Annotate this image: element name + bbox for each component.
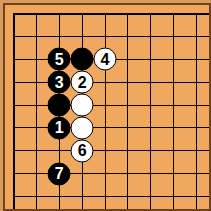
board-cell [185,208,208,209]
board-cell [208,162,209,185]
black-stone: 3 [48,71,71,94]
board-cell [208,139,209,162]
board-cell [71,94,94,117]
board-cell [185,71,208,94]
board-cell: 1 [48,117,71,140]
board-cell [139,94,162,117]
board-cell [5,5,25,25]
board-cell [25,48,48,71]
board-cell [139,5,162,25]
board-cell [94,162,117,185]
board-cell [25,139,48,162]
board-cell [71,117,94,140]
board-cell [94,94,117,117]
board-cell [94,117,117,140]
board-cell [71,162,94,185]
board-cell: 2 [71,71,94,94]
white-stone [71,116,94,139]
board-cell [94,25,117,48]
board-cell [94,185,117,208]
white-stone: 6 [71,139,94,162]
board-cell [25,5,48,25]
board-cell [162,117,185,140]
board-cell [25,117,48,140]
board-cell [208,208,209,209]
board-cell [5,162,25,185]
black-stone [71,48,94,71]
board-cell [208,94,209,117]
board-cell [5,139,25,162]
board-cell [117,71,140,94]
board-cell: 7 [48,162,71,185]
board-cell: 3 [48,71,71,94]
go-board: 5432167 [5,5,209,209]
board-cell [139,48,162,71]
board-cell [162,208,185,209]
white-stone: 2 [71,71,94,94]
board-cell [139,139,162,162]
board-cell [117,162,140,185]
board-cell [94,139,117,162]
board-cell [185,48,208,71]
board-cell [208,117,209,140]
board-cell [162,185,185,208]
board-cell [5,71,25,94]
board-cell [208,185,209,208]
board-cell [162,94,185,117]
board-cell [48,94,71,117]
board-cell [71,185,94,208]
board-cell [5,25,25,48]
board-cell: 6 [71,139,94,162]
board-cell [48,25,71,48]
board-cell [208,48,209,71]
board-cell [48,139,71,162]
board-cell [25,208,48,209]
board-cell [48,208,71,209]
black-stone: 1 [48,116,71,139]
board-cell [117,185,140,208]
white-stone: 4 [94,48,117,71]
board-cell [117,208,140,209]
board-cell [71,5,94,25]
board-cell [25,71,48,94]
board-cell [208,71,209,94]
board-cell [162,25,185,48]
board-cell [185,5,208,25]
board-cell [208,5,209,25]
white-stone [71,94,94,117]
board-cell [185,25,208,48]
board-cell [117,139,140,162]
board-cell [208,25,209,48]
board-cell [139,208,162,209]
board-cell [48,185,71,208]
board-field: 5432167 [5,5,209,209]
board-cell [162,162,185,185]
board-cell [5,208,25,209]
board-cell [94,208,117,209]
board-cell [117,48,140,71]
board-cell [71,48,94,71]
board-cell [185,94,208,117]
board-cell [185,117,208,140]
board-cell [162,5,185,25]
board-cell [117,5,140,25]
board-cell [117,94,140,117]
board-cell [185,139,208,162]
board-cell [117,25,140,48]
go-diagram: 5432167 [0,0,211,211]
black-stone [48,94,71,117]
board-cell [162,139,185,162]
board-cell [94,71,117,94]
board-cell [25,162,48,185]
board-cell [5,94,25,117]
board-cell [48,5,71,25]
board-cell [185,162,208,185]
board-cell [25,185,48,208]
board-cell [25,94,48,117]
board-cell [139,25,162,48]
board-cell [5,117,25,140]
board-cell [117,117,140,140]
board-cell [94,5,117,25]
board-cell [139,162,162,185]
board-cell [5,48,25,71]
board-cell [162,48,185,71]
board-cell [139,71,162,94]
board-cell [162,71,185,94]
board-cell [5,185,25,208]
board-cell [139,117,162,140]
board-cell [71,25,94,48]
board-cell [139,185,162,208]
board-cell [25,25,48,48]
board-cell [71,208,94,209]
board-cell [185,185,208,208]
board-cell: 4 [94,48,117,71]
black-stone: 5 [48,48,71,71]
board-cell: 5 [48,48,71,71]
black-stone: 7 [48,162,71,185]
